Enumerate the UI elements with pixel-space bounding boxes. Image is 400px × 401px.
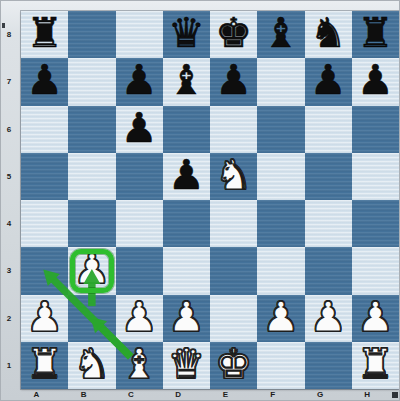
piece-wR-h1[interactable]: ♜ [352, 342, 399, 388]
square-f5[interactable] [257, 153, 304, 200]
file-label-f: F [249, 389, 296, 401]
square-h7[interactable]: ♟ [352, 58, 399, 105]
square-g8[interactable]: ♞ [305, 11, 352, 58]
square-h4[interactable] [352, 200, 399, 247]
square-c5[interactable] [116, 153, 163, 200]
square-a7[interactable]: ♟ [21, 58, 68, 105]
file-label-c: C [108, 389, 155, 401]
piece-bP-d5[interactable]: ♟ [163, 153, 210, 199]
square-g2[interactable]: ♟ [305, 295, 352, 342]
square-a6[interactable] [21, 106, 68, 153]
file-label-e: E [202, 389, 249, 401]
square-d5[interactable]: ♟ [163, 153, 210, 200]
rank-label-5: 5 [1, 153, 17, 200]
piece-bR-a8[interactable]: ♜ [21, 11, 68, 57]
square-e1[interactable]: ♚ [210, 342, 257, 389]
square-c1[interactable]: ♝ [116, 342, 163, 389]
piece-wN-b1[interactable]: ♞ [68, 342, 115, 388]
square-b1[interactable]: ♞ [68, 342, 115, 389]
square-b3[interactable]: ♟ [68, 247, 115, 294]
piece-wB-c1[interactable]: ♝ [116, 342, 163, 388]
piece-bB-d7[interactable]: ♝ [163, 58, 210, 104]
piece-wP-f2[interactable]: ♟ [257, 295, 304, 341]
piece-wQ-d1[interactable]: ♛ [163, 342, 210, 388]
square-b6[interactable] [68, 106, 115, 153]
piece-bN-g8[interactable]: ♞ [305, 11, 352, 57]
square-b8[interactable] [68, 11, 115, 58]
piece-wK-e1[interactable]: ♚ [210, 342, 257, 388]
square-f2[interactable]: ♟ [257, 295, 304, 342]
piece-wP-d2[interactable]: ♟ [163, 295, 210, 341]
square-g1[interactable] [305, 342, 352, 389]
piece-wN-e5[interactable]: ♞ [210, 153, 257, 199]
rank-label-2: 2 [1, 295, 17, 342]
piece-wP-b3[interactable]: ♟ [68, 247, 115, 293]
edge-artifact [2, 23, 5, 28]
square-g5[interactable] [305, 153, 352, 200]
square-f8[interactable]: ♝ [257, 11, 304, 58]
square-h1[interactable]: ♜ [352, 342, 399, 389]
piece-wP-a2[interactable]: ♟ [21, 295, 68, 341]
rank-label-6: 6 [1, 106, 17, 153]
square-f1[interactable] [257, 342, 304, 389]
square-f6[interactable] [257, 106, 304, 153]
square-c7[interactable]: ♟ [116, 58, 163, 105]
square-f3[interactable] [257, 247, 304, 294]
square-d6[interactable] [163, 106, 210, 153]
square-c2[interactable]: ♟ [116, 295, 163, 342]
piece-bB-f8[interactable]: ♝ [257, 11, 304, 57]
square-h3[interactable] [352, 247, 399, 294]
square-h2[interactable]: ♟ [352, 295, 399, 342]
square-h6[interactable] [352, 106, 399, 153]
file-label-g: G [297, 389, 344, 401]
rank-label-8: 8 [1, 11, 17, 58]
board-frame: ♜♛♚♝♞♜♟♟♝♟♟♟♟♟♞♟♟♟♟♟♟♟♜♞♝♛♚♜ 87654321ABC… [0, 0, 400, 401]
piece-wP-h2[interactable]: ♟ [352, 295, 399, 341]
corner-mark [392, 392, 398, 398]
square-b7[interactable] [68, 58, 115, 105]
square-g7[interactable]: ♟ [305, 58, 352, 105]
square-g4[interactable] [305, 200, 352, 247]
rank-label-7: 7 [1, 58, 17, 105]
piece-bP-a7[interactable]: ♟ [21, 58, 68, 104]
square-e2[interactable] [210, 295, 257, 342]
chess-board[interactable]: ♜♛♚♝♞♜♟♟♝♟♟♟♟♟♞♟♟♟♟♟♟♟♜♞♝♛♚♜ [21, 11, 399, 389]
piece-bR-h8[interactable]: ♜ [352, 11, 399, 57]
piece-bP-e7[interactable]: ♟ [210, 58, 257, 104]
square-c6[interactable]: ♟ [116, 106, 163, 153]
square-a8[interactable]: ♜ [21, 11, 68, 58]
square-b2[interactable] [68, 295, 115, 342]
square-d4[interactable] [163, 200, 210, 247]
square-c4[interactable] [116, 200, 163, 247]
piece-bP-c6[interactable]: ♟ [116, 106, 163, 152]
piece-bQ-d8[interactable]: ♛ [163, 11, 210, 57]
square-c3[interactable] [116, 247, 163, 294]
square-a1[interactable]: ♜ [21, 342, 68, 389]
square-d8[interactable]: ♛ [163, 11, 210, 58]
square-h8[interactable]: ♜ [352, 11, 399, 58]
square-g3[interactable] [305, 247, 352, 294]
piece-bP-c7[interactable]: ♟ [116, 58, 163, 104]
piece-wP-c2[interactable]: ♟ [116, 295, 163, 341]
piece-wR-a1[interactable]: ♜ [21, 342, 68, 388]
piece-wP-g2[interactable]: ♟ [305, 295, 352, 341]
square-b5[interactable] [68, 153, 115, 200]
square-f7[interactable] [257, 58, 304, 105]
square-d3[interactable] [163, 247, 210, 294]
square-a5[interactable] [21, 153, 68, 200]
file-label-b: B [60, 389, 107, 401]
square-d7[interactable]: ♝ [163, 58, 210, 105]
rank-label-1: 1 [1, 342, 17, 389]
piece-bP-g7[interactable]: ♟ [305, 58, 352, 104]
square-a2[interactable]: ♟ [21, 295, 68, 342]
file-label-a: A [13, 389, 60, 401]
square-e6[interactable] [210, 106, 257, 153]
square-a3[interactable] [21, 247, 68, 294]
file-label-h: H [344, 389, 391, 401]
square-b4[interactable] [68, 200, 115, 247]
square-a4[interactable] [21, 200, 68, 247]
square-h5[interactable] [352, 153, 399, 200]
rank-label-4: 4 [1, 200, 17, 247]
square-e8[interactable]: ♚ [210, 11, 257, 58]
square-c8[interactable] [116, 11, 163, 58]
square-e3[interactable] [210, 247, 257, 294]
piece-bK-e8[interactable]: ♚ [210, 11, 257, 57]
square-d2[interactable]: ♟ [163, 295, 210, 342]
piece-bP-h7[interactable]: ♟ [352, 58, 399, 104]
square-f4[interactable] [257, 200, 304, 247]
file-label-d: D [155, 389, 202, 401]
square-g6[interactable] [305, 106, 352, 153]
square-e7[interactable]: ♟ [210, 58, 257, 105]
square-d1[interactable]: ♛ [163, 342, 210, 389]
square-e4[interactable] [210, 200, 257, 247]
rank-label-3: 3 [1, 247, 17, 294]
square-e5[interactable]: ♞ [210, 153, 257, 200]
